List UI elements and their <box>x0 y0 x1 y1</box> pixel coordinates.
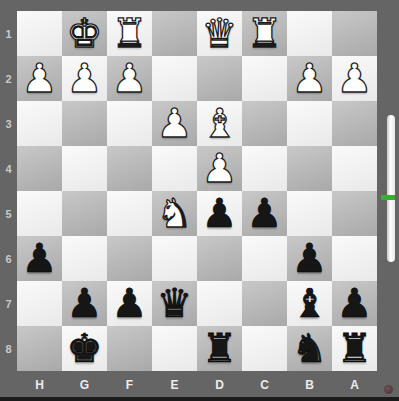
square-d4[interactable]: ♟ <box>197 146 242 191</box>
black-pawn[interactable]: ♟ <box>22 236 58 281</box>
white-pawn[interactable]: ♟ <box>67 56 103 101</box>
square-a2[interactable]: ♟ <box>332 56 377 101</box>
square-e2[interactable] <box>152 56 197 101</box>
square-c7[interactable] <box>242 281 287 326</box>
file-label-a: A <box>332 372 377 397</box>
square-f2[interactable]: ♟ <box>107 56 152 101</box>
square-b8[interactable]: ♞ <box>287 326 332 371</box>
square-c2[interactable] <box>242 56 287 101</box>
square-c3[interactable] <box>242 101 287 146</box>
square-d5[interactable]: ♟ <box>197 191 242 236</box>
white-rook[interactable]: ♜ <box>112 11 148 56</box>
black-pawn[interactable]: ♟ <box>202 191 238 236</box>
rank-label-4: 4 <box>0 146 17 191</box>
white-knight[interactable]: ♞ <box>157 191 193 236</box>
white-queen[interactable]: ♛ <box>202 11 238 56</box>
white-pawn[interactable]: ♟ <box>112 56 148 101</box>
square-g1[interactable]: ♚ <box>62 11 107 56</box>
status-dot-icon <box>384 385 393 394</box>
square-c1[interactable]: ♜ <box>242 11 287 56</box>
square-g7[interactable]: ♟ <box>62 281 107 326</box>
file-label-e: E <box>152 372 197 397</box>
square-b1[interactable] <box>287 11 332 56</box>
square-b3[interactable] <box>287 101 332 146</box>
square-e1[interactable] <box>152 11 197 56</box>
black-rook[interactable]: ♜ <box>202 326 238 371</box>
square-g3[interactable] <box>62 101 107 146</box>
bottom-edge-divider <box>0 397 399 401</box>
black-rook[interactable]: ♜ <box>337 326 373 371</box>
square-g2[interactable]: ♟ <box>62 56 107 101</box>
square-a6[interactable] <box>332 236 377 281</box>
white-rook[interactable]: ♜ <box>247 11 283 56</box>
square-b6[interactable]: ♟ <box>287 236 332 281</box>
scrollbar-thumb[interactable] <box>387 115 395 262</box>
black-king[interactable]: ♚ <box>67 326 103 371</box>
white-pawn[interactable]: ♟ <box>22 56 58 101</box>
square-e7[interactable]: ♛ <box>152 281 197 326</box>
square-h2[interactable]: ♟ <box>17 56 62 101</box>
white-pawn[interactable]: ♟ <box>157 101 193 146</box>
square-f4[interactable] <box>107 146 152 191</box>
square-h3[interactable] <box>17 101 62 146</box>
black-pawn[interactable]: ♟ <box>112 281 148 326</box>
white-bishop[interactable]: ♝ <box>202 101 238 146</box>
black-pawn[interactable]: ♟ <box>67 281 103 326</box>
square-g8[interactable]: ♚ <box>62 326 107 371</box>
square-g5[interactable] <box>62 191 107 236</box>
square-h4[interactable] <box>17 146 62 191</box>
square-e4[interactable] <box>152 146 197 191</box>
square-d1[interactable]: ♛ <box>197 11 242 56</box>
square-a3[interactable] <box>332 101 377 146</box>
square-a7[interactable]: ♟ <box>332 281 377 326</box>
file-label-f: F <box>107 372 152 397</box>
rank-label-6: 6 <box>0 236 17 281</box>
black-pawn[interactable]: ♟ <box>292 236 328 281</box>
square-d6[interactable] <box>197 236 242 281</box>
square-d7[interactable] <box>197 281 242 326</box>
square-h6[interactable]: ♟ <box>17 236 62 281</box>
square-c8[interactable] <box>242 326 287 371</box>
white-pawn[interactable]: ♟ <box>292 56 328 101</box>
square-h7[interactable] <box>17 281 62 326</box>
file-label-g: G <box>62 372 107 397</box>
square-g6[interactable] <box>62 236 107 281</box>
square-b5[interactable] <box>287 191 332 236</box>
file-label-d: D <box>197 372 242 397</box>
square-h1[interactable] <box>17 11 62 56</box>
black-queen[interactable]: ♛ <box>157 281 193 326</box>
square-g4[interactable] <box>62 146 107 191</box>
square-c6[interactable] <box>242 236 287 281</box>
square-f5[interactable] <box>107 191 152 236</box>
square-a5[interactable] <box>332 191 377 236</box>
rank-label-5: 5 <box>0 191 17 236</box>
square-a1[interactable] <box>332 11 377 56</box>
square-f6[interactable] <box>107 236 152 281</box>
square-b4[interactable] <box>287 146 332 191</box>
square-a8[interactable]: ♜ <box>332 326 377 371</box>
square-c5[interactable]: ♟ <box>242 191 287 236</box>
chess-board: ♚♜♛♜♟♟♟♟♟♟♝♟♞♟♟♟♟♟♟♛♝♟♚♜♞♜ <box>17 11 377 371</box>
eval-marker <box>381 195 395 200</box>
square-h5[interactable] <box>17 191 62 236</box>
chess-app-window: 12345678 ♚♜♛♜♟♟♟♟♟♟♝♟♞♟♟♟♟♟♟♛♝♟♚♜♞♜ HGFE… <box>0 0 399 401</box>
rank-label-7: 7 <box>0 281 17 326</box>
rank-label-2: 2 <box>0 56 17 101</box>
black-knight[interactable]: ♞ <box>292 326 328 371</box>
square-h8[interactable] <box>17 326 62 371</box>
square-c4[interactable] <box>242 146 287 191</box>
square-f7[interactable]: ♟ <box>107 281 152 326</box>
black-pawn[interactable]: ♟ <box>337 281 373 326</box>
file-label-b: B <box>287 372 332 397</box>
square-e5[interactable]: ♞ <box>152 191 197 236</box>
file-label-h: H <box>17 372 62 397</box>
white-pawn[interactable]: ♟ <box>337 56 373 101</box>
rank-label-1: 1 <box>0 11 17 56</box>
file-labels: HGFEDCBA <box>17 372 377 397</box>
black-pawn[interactable]: ♟ <box>247 191 283 236</box>
square-d2[interactable] <box>197 56 242 101</box>
rank-label-8: 8 <box>0 326 17 371</box>
square-b2[interactable]: ♟ <box>287 56 332 101</box>
black-bishop[interactable]: ♝ <box>292 281 328 326</box>
white-king[interactable]: ♚ <box>67 11 103 56</box>
rank-labels: 12345678 <box>0 11 17 371</box>
rank-label-3: 3 <box>0 101 17 146</box>
square-d3[interactable]: ♝ <box>197 101 242 146</box>
square-e6[interactable] <box>152 236 197 281</box>
square-b7[interactable]: ♝ <box>287 281 332 326</box>
white-pawn[interactable]: ♟ <box>202 146 238 191</box>
square-f1[interactable]: ♜ <box>107 11 152 56</box>
square-e8[interactable] <box>152 326 197 371</box>
file-label-c: C <box>242 372 287 397</box>
square-d8[interactable]: ♜ <box>197 326 242 371</box>
square-e3[interactable]: ♟ <box>152 101 197 146</box>
square-f3[interactable] <box>107 101 152 146</box>
square-a4[interactable] <box>332 146 377 191</box>
square-f8[interactable] <box>107 326 152 371</box>
